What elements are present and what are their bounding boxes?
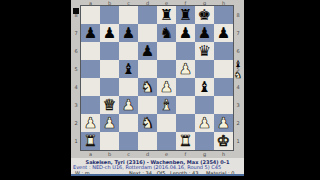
file-label-a-bottom: a (81, 151, 100, 157)
square-c4[interactable] (119, 78, 138, 96)
square-h4[interactable] (214, 78, 233, 96)
file-label-h-bottom: h (214, 151, 233, 157)
square-d7[interactable] (138, 24, 157, 42)
board-frame: ♜♜♚♟♟♟♞♟♟♟♟♛♝♟♞♟♝♛♟♝♟♟♞♟♟♜♜♚ ♝♞ Sakelsen… (71, 0, 244, 176)
piece-black-bishop-c5[interactable]: ♝ (119, 60, 138, 78)
square-d3[interactable] (138, 96, 157, 114)
square-h6[interactable] (214, 42, 233, 60)
piece-black-pawn-g7[interactable]: ♟ (195, 24, 214, 42)
chess-board[interactable]: ♜♜♚♟♟♟♞♟♟♟♟♛♝♟♞♟♝♛♟♝♟♟♞♟♟♜♜♚ (81, 6, 233, 150)
square-f3[interactable] (176, 96, 195, 114)
rank-label-4-left: 4 (71, 78, 81, 96)
file-label-c-bottom: c (119, 151, 138, 157)
square-c6[interactable] (119, 42, 138, 60)
rank-label-8-right: 8 (233, 6, 243, 24)
piece-black-bishop-g4[interactable]: ♝ (195, 78, 214, 96)
piece-black-pawn-a7[interactable]: ♟ (81, 24, 100, 42)
piece-white-pawn-e4[interactable]: ♟ (157, 78, 176, 96)
file-label-c-top: c (119, 0, 138, 6)
piece-black-pawn-c7[interactable]: ♟ (119, 24, 138, 42)
piece-white-knight-d4[interactable]: ♞ (138, 78, 157, 96)
rank-label-3-left: 3 (71, 96, 81, 114)
square-c8[interactable] (119, 6, 138, 24)
piece-white-bishop-e3[interactable]: ♝ (157, 96, 176, 114)
piece-black-knight-e7[interactable]: ♞ (157, 24, 176, 42)
game-info-panel: Sakelsen, Tyri (2316) - Wachenben, Max (… (71, 158, 244, 176)
material-white-knight-icon: ♞ (232, 70, 244, 81)
piece-black-rook-e8[interactable]: ♜ (157, 6, 176, 24)
piece-black-pawn-f7[interactable]: ♟ (176, 24, 195, 42)
square-e5[interactable] (157, 60, 176, 78)
file-label-d-bottom: d (138, 151, 157, 157)
piece-black-pawn-d6[interactable]: ♟ (138, 42, 157, 60)
file-label-h-top: h (214, 0, 233, 6)
square-a8[interactable] (81, 6, 100, 24)
file-label-d-top: d (138, 0, 157, 6)
file-label-f-bottom: f (176, 151, 195, 157)
rank-label-3-right: 3 (233, 96, 243, 114)
square-h3[interactable] (214, 96, 233, 114)
piece-black-pawn-h7[interactable]: ♟ (214, 24, 233, 42)
square-h5[interactable] (214, 60, 233, 78)
black-to-move-indicator (73, 8, 79, 14)
square-d1[interactable] (138, 132, 157, 150)
file-label-a-top: a (81, 0, 100, 6)
square-b6[interactable] (100, 42, 119, 60)
square-f6[interactable] (176, 42, 195, 60)
piece-white-pawn-h2[interactable]: ♟ (214, 114, 233, 132)
square-c2[interactable] (119, 114, 138, 132)
square-d8[interactable] (138, 6, 157, 24)
piece-white-rook-a1[interactable]: ♜ (81, 132, 100, 150)
square-a5[interactable] (81, 60, 100, 78)
rank-label-1-left: 1 (71, 132, 81, 150)
rank-label-7-left: 7 (71, 24, 81, 42)
piece-white-queen-b3[interactable]: ♛ (100, 96, 119, 114)
turn-indicator-text: W : m (75, 170, 90, 176)
square-a3[interactable] (81, 96, 100, 114)
piece-white-knight-d2[interactable]: ♞ (138, 114, 157, 132)
piece-black-rook-f8[interactable]: ♜ (176, 6, 195, 24)
square-c1[interactable] (119, 132, 138, 150)
piece-white-pawn-g2[interactable]: ♟ (195, 114, 214, 132)
next-move-text: Next : 34...Qf5 (129, 170, 166, 176)
piece-white-pawn-f5[interactable]: ♟ (176, 60, 195, 78)
file-label-b-top: b (100, 0, 119, 6)
game-length-text: Length : 43 (170, 170, 198, 176)
piece-black-queen-g6[interactable]: ♛ (195, 42, 214, 60)
rank-label-2-left: 2 (71, 114, 81, 132)
square-d5[interactable] (138, 60, 157, 78)
square-f2[interactable] (176, 114, 195, 132)
file-label-e-bottom: e (157, 151, 176, 157)
rank-label-6-left: 6 (71, 42, 81, 60)
piece-black-pawn-b7[interactable]: ♟ (100, 24, 119, 42)
rank-label-2-right: 2 (233, 114, 243, 132)
square-g3[interactable] (195, 96, 214, 114)
piece-white-pawn-a2[interactable]: ♟ (81, 114, 100, 132)
material-black-bishop-icon: ♝ (232, 59, 244, 70)
rank-label-7-right: 7 (233, 24, 243, 42)
square-e6[interactable] (157, 42, 176, 60)
square-e1[interactable] (157, 132, 176, 150)
piece-black-king-g8[interactable]: ♚ (195, 6, 214, 24)
square-g5[interactable] (195, 60, 214, 78)
material-imbalance-tray: ♝♞ (232, 59, 244, 81)
rank-label-6-right: 6 (233, 42, 243, 60)
video-frame: ♜♜♚♟♟♟♞♟♟♟♟♛♝♟♞♟♝♛♟♝♟♟♞♟♟♜♜♚ ♝♞ Sakelsen… (0, 0, 320, 180)
square-e2[interactable] (157, 114, 176, 132)
square-b4[interactable] (100, 78, 119, 96)
material-balance-text: Material : 0 (206, 170, 234, 176)
rank-label-5-left: 5 (71, 60, 81, 78)
piece-white-pawn-c3[interactable]: ♟ (119, 96, 138, 114)
piece-white-pawn-b2[interactable]: ♟ (100, 114, 119, 132)
square-f4[interactable] (176, 78, 195, 96)
square-g1[interactable] (195, 132, 214, 150)
square-b1[interactable] (100, 132, 119, 150)
piece-white-rook-f1[interactable]: ♜ (176, 132, 195, 150)
file-label-b-bottom: b (100, 151, 119, 157)
piece-white-king-h1[interactable]: ♚ (214, 132, 233, 150)
square-b5[interactable] (100, 60, 119, 78)
file-label-g-bottom: g (195, 151, 214, 157)
square-a6[interactable] (81, 42, 100, 60)
square-a4[interactable] (81, 78, 100, 96)
square-b8[interactable] (100, 6, 119, 24)
rank-label-1-right: 1 (233, 132, 243, 150)
square-h8[interactable] (214, 6, 233, 24)
